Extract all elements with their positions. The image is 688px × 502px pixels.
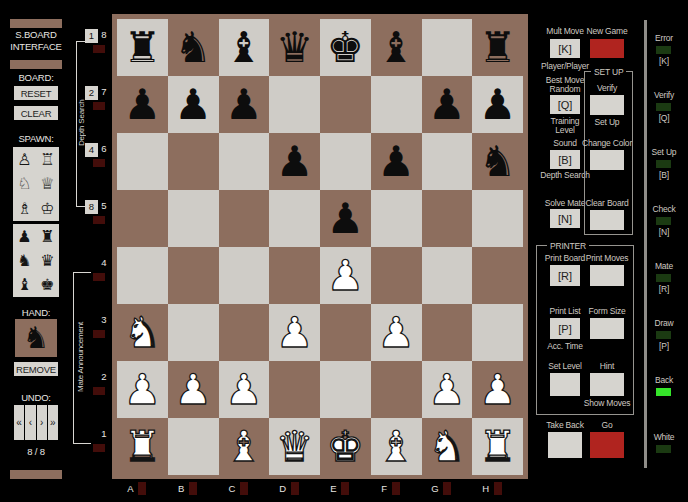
rank-led-7 bbox=[93, 102, 105, 110]
form-size-button[interactable] bbox=[590, 318, 624, 339]
depth-option-4[interactable]: 4 bbox=[85, 143, 98, 157]
square-e8[interactable]: ♚ bbox=[320, 19, 371, 76]
square-e2[interactable] bbox=[320, 361, 371, 418]
led-label-verify: Verify bbox=[644, 91, 684, 100]
black-pawn[interactable]: ♟ bbox=[276, 141, 314, 183]
led-label-mate: Mate bbox=[644, 262, 684, 271]
square-g2[interactable]: ♟ bbox=[422, 361, 473, 418]
led-label-set-up: Set Up bbox=[644, 148, 684, 157]
square-b5[interactable] bbox=[168, 190, 219, 247]
undo-last-button[interactable]: » bbox=[48, 405, 58, 440]
white-bishop[interactable]: ♝ bbox=[377, 426, 415, 468]
led-sublabel-mate: [R] bbox=[644, 285, 684, 294]
spawn-black-queen[interactable]: ♛ bbox=[36, 248, 59, 272]
undo-controls: «‹›» bbox=[14, 405, 58, 440]
white-pawn[interactable]: ♟ bbox=[428, 369, 466, 411]
spawn-black-pawn[interactable]: ♟ bbox=[13, 224, 36, 248]
rank-label-7: 7 bbox=[98, 86, 110, 97]
black-pawn[interactable]: ♟ bbox=[225, 84, 263, 126]
black-rook[interactable]: ♜ bbox=[124, 27, 162, 69]
black-pawn[interactable]: ♟ bbox=[377, 141, 415, 183]
spawn-white-pawn[interactable]: ♙ bbox=[13, 147, 36, 172]
square-f4[interactable] bbox=[371, 247, 422, 304]
square-c4[interactable] bbox=[219, 247, 270, 304]
led-white bbox=[656, 445, 671, 453]
square-a3[interactable]: ♞ bbox=[117, 304, 168, 361]
depth-option-1[interactable]: 1 bbox=[85, 29, 98, 43]
show-moves-label: Show Moves bbox=[577, 399, 637, 408]
square-b6[interactable] bbox=[168, 133, 219, 190]
file-label-E: E bbox=[327, 483, 339, 494]
player-player-label: Player/Player bbox=[535, 62, 595, 71]
square-c6[interactable] bbox=[219, 133, 270, 190]
square-e5[interactable]: ♟ bbox=[320, 190, 371, 247]
square-d3[interactable]: ♟ bbox=[269, 304, 320, 361]
black-pawn[interactable]: ♟ bbox=[428, 84, 466, 126]
rank-led-2 bbox=[93, 387, 105, 395]
black-pawn[interactable]: ♟ bbox=[124, 84, 162, 126]
file-led-B bbox=[189, 482, 197, 495]
square-a6[interactable] bbox=[117, 133, 168, 190]
spawn-tray-black: ♟♜♞♛♝♚ bbox=[13, 224, 59, 297]
black-pawn[interactable]: ♟ bbox=[174, 84, 212, 126]
spawn-black-bishop[interactable]: ♝ bbox=[13, 273, 36, 297]
printer-box-title: PRINTER bbox=[547, 241, 589, 251]
square-d1[interactable]: ♛ bbox=[269, 418, 320, 475]
square-c2[interactable]: ♟ bbox=[219, 361, 270, 418]
clear-board-label: Clear Board bbox=[577, 199, 637, 208]
file-led-C bbox=[240, 482, 248, 495]
new-game-button[interactable] bbox=[590, 39, 624, 58]
mate-announcement-bracket-label: Mate Announcement bbox=[76, 272, 87, 442]
black-king[interactable]: ♚ bbox=[327, 27, 365, 69]
depth-search-bracket-label: Depth Search bbox=[77, 41, 88, 205]
spawn-black-rook[interactable]: ♜ bbox=[36, 224, 59, 248]
black-knight[interactable]: ♞ bbox=[174, 27, 212, 69]
key-mult-move-K[interactable]: [K] bbox=[550, 39, 580, 58]
rank-label-5: 5 bbox=[98, 200, 110, 211]
square-h4[interactable] bbox=[472, 247, 523, 304]
white-king[interactable]: ♚ bbox=[327, 426, 365, 468]
square-g1[interactable]: ♞ bbox=[422, 418, 473, 475]
spawn-white-queen[interactable]: ♕ bbox=[36, 172, 59, 197]
clear-board-button[interactable] bbox=[590, 210, 624, 230]
hand-slot[interactable]: ♞ bbox=[15, 319, 57, 357]
square-f5[interactable] bbox=[371, 190, 422, 247]
set-level-button[interactable] bbox=[550, 373, 580, 396]
rank-label-1: 1 bbox=[98, 428, 110, 439]
file-led-G bbox=[443, 482, 451, 495]
led-back bbox=[656, 388, 671, 396]
white-queen[interactable]: ♛ bbox=[276, 426, 314, 468]
white-knight[interactable]: ♞ bbox=[124, 312, 162, 354]
hint-button[interactable] bbox=[590, 373, 624, 396]
spawn-black-knight[interactable]: ♞ bbox=[13, 248, 36, 272]
white-rook[interactable]: ♜ bbox=[479, 426, 517, 468]
square-f1[interactable]: ♝ bbox=[371, 418, 422, 475]
square-e4[interactable]: ♟ bbox=[320, 247, 371, 304]
square-g7[interactable]: ♟ bbox=[422, 76, 473, 133]
white-bishop[interactable]: ♝ bbox=[225, 426, 263, 468]
rank-label-3: 3 bbox=[98, 314, 110, 325]
led-sublabel-verify: [Q] bbox=[644, 114, 684, 123]
spawn-white-rook[interactable]: ♖ bbox=[36, 147, 59, 172]
file-label-G: G bbox=[429, 483, 441, 494]
white-rook[interactable]: ♜ bbox=[124, 426, 162, 468]
rank-led-4 bbox=[93, 273, 105, 281]
square-b3[interactable] bbox=[168, 304, 219, 361]
new-game-label: New Game bbox=[577, 27, 637, 36]
key-print-board-R[interactable]: [R] bbox=[550, 265, 580, 286]
square-c5[interactable] bbox=[219, 190, 270, 247]
square-e3[interactable] bbox=[320, 304, 371, 361]
rank-led-8 bbox=[93, 45, 105, 53]
rank-led-3 bbox=[93, 330, 105, 338]
print-moves-label: Print Moves bbox=[577, 254, 637, 263]
undo-counter: 8 / 8 bbox=[0, 446, 72, 457]
square-c7[interactable]: ♟ bbox=[219, 76, 270, 133]
key-best-move-Q[interactable]: [Q] bbox=[550, 95, 580, 114]
rank-label-4: 4 bbox=[98, 257, 110, 268]
board-frame: ♜♞♝♛♚♝♜♟♟♟♟♟♟♟♞♟♟♞♟♟♟♟♟♟♟♜♝♛♚♝♞♜ bbox=[112, 14, 528, 479]
led-draw bbox=[656, 331, 671, 339]
black-rook[interactable]: ♜ bbox=[479, 27, 517, 69]
rank-label-2: 2 bbox=[98, 371, 110, 382]
led-mate bbox=[656, 274, 671, 282]
app-title-line1: S.BOARD bbox=[0, 29, 72, 40]
hand-piece-black-knight[interactable]: ♞ bbox=[23, 323, 50, 353]
white-pawn[interactable]: ♟ bbox=[225, 369, 263, 411]
square-d8[interactable]: ♛ bbox=[269, 19, 320, 76]
app-title-line2: INTERFACE bbox=[0, 41, 72, 52]
white-pawn[interactable]: ♟ bbox=[124, 369, 162, 411]
rank-label-6: 6 bbox=[98, 143, 110, 154]
white-pawn[interactable]: ♟ bbox=[479, 369, 517, 411]
square-f2[interactable] bbox=[371, 361, 422, 418]
square-d6[interactable]: ♟ bbox=[269, 133, 320, 190]
led-label-error: Error bbox=[644, 34, 684, 43]
key-sound-B[interactable]: [B] bbox=[550, 150, 580, 169]
square-a2[interactable]: ♟ bbox=[117, 361, 168, 418]
square-g3[interactable] bbox=[422, 304, 473, 361]
square-f7[interactable] bbox=[371, 76, 422, 133]
square-c8[interactable]: ♝ bbox=[219, 19, 270, 76]
led-set-up bbox=[656, 160, 671, 168]
black-bishop[interactable]: ♝ bbox=[225, 27, 263, 69]
square-g4[interactable] bbox=[422, 247, 473, 304]
take-back-button[interactable] bbox=[548, 432, 582, 458]
square-h6[interactable]: ♞ bbox=[472, 133, 523, 190]
file-label-H: H bbox=[480, 483, 492, 494]
square-d5[interactable] bbox=[269, 190, 320, 247]
square-e7[interactable] bbox=[320, 76, 371, 133]
square-b8[interactable]: ♞ bbox=[168, 19, 219, 76]
hand-section-label: HAND: bbox=[0, 307, 72, 318]
white-pawn[interactable]: ♟ bbox=[377, 312, 415, 354]
square-h1[interactable]: ♜ bbox=[472, 418, 523, 475]
square-e6[interactable] bbox=[320, 133, 371, 190]
key-solve-mate-N[interactable]: [N] bbox=[550, 209, 580, 228]
rank-led-6 bbox=[93, 159, 105, 167]
file-label-B: B bbox=[175, 483, 187, 494]
undo-forward-button[interactable]: › bbox=[37, 405, 47, 440]
black-knight[interactable]: ♞ bbox=[479, 141, 517, 183]
black-queen[interactable]: ♛ bbox=[276, 27, 314, 69]
verify-button[interactable] bbox=[590, 95, 624, 115]
spawn-white-king[interactable]: ♔ bbox=[36, 196, 59, 221]
spawn-section-label: SPAWN: bbox=[0, 133, 72, 144]
spawn-white-knight[interactable]: ♘ bbox=[13, 172, 36, 197]
square-h3[interactable] bbox=[472, 304, 523, 361]
file-label-A: A bbox=[124, 483, 136, 494]
remove-button[interactable]: REMOVE bbox=[14, 362, 58, 376]
file-led-A bbox=[138, 482, 146, 495]
square-h2[interactable]: ♟ bbox=[472, 361, 523, 418]
key-print-list-P[interactable]: [P] bbox=[550, 318, 580, 339]
depth-option-8[interactable]: 8 bbox=[85, 200, 98, 214]
hint-label: Hint bbox=[577, 362, 637, 371]
square-b4[interactable] bbox=[168, 247, 219, 304]
rank-led-1 bbox=[93, 444, 105, 452]
square-d4[interactable] bbox=[269, 247, 320, 304]
setup-box-title: SET UP bbox=[591, 67, 626, 77]
file-label-F: F bbox=[378, 483, 390, 494]
reset-button[interactable]: RESET bbox=[14, 86, 58, 100]
file-led-D bbox=[291, 482, 299, 495]
square-c1[interactable]: ♝ bbox=[219, 418, 270, 475]
led-error bbox=[656, 46, 671, 54]
undo-back-button[interactable]: ‹ bbox=[25, 405, 35, 440]
file-label-C: C bbox=[226, 483, 238, 494]
go-label: Go bbox=[577, 421, 637, 430]
change-color-button[interactable] bbox=[590, 150, 624, 170]
chess-computer-interface: S.BOARD INTERFACE BOARD: RESET CLEAR SPA… bbox=[0, 0, 688, 502]
square-c3[interactable] bbox=[219, 304, 270, 361]
square-g5[interactable] bbox=[422, 190, 473, 247]
square-h8[interactable]: ♜ bbox=[472, 19, 523, 76]
square-g6[interactable] bbox=[422, 133, 473, 190]
spawn-black-king[interactable]: ♚ bbox=[36, 273, 59, 297]
undo-section-label: UNDO: bbox=[0, 392, 72, 403]
verify-label: Verify bbox=[577, 84, 637, 93]
black-bishop[interactable]: ♝ bbox=[377, 27, 415, 69]
print-moves-button[interactable] bbox=[590, 265, 624, 286]
board-section-label: BOARD: bbox=[0, 72, 72, 83]
change-color-label: Change Color bbox=[577, 139, 637, 148]
undo-first-button[interactable]: « bbox=[14, 405, 24, 440]
square-a4[interactable] bbox=[117, 247, 168, 304]
led-label-back: Back bbox=[644, 376, 684, 385]
white-knight[interactable]: ♞ bbox=[428, 426, 466, 468]
square-f3[interactable]: ♟ bbox=[371, 304, 422, 361]
square-f6[interactable]: ♟ bbox=[371, 133, 422, 190]
square-g8[interactable] bbox=[422, 19, 473, 76]
file-led-E bbox=[341, 482, 349, 495]
led-column-separator bbox=[644, 20, 647, 468]
form-size-label: Form Size bbox=[577, 307, 637, 316]
white-pawn[interactable]: ♟ bbox=[327, 255, 365, 297]
led-label-white: White bbox=[644, 433, 684, 442]
led-sublabel-error: [K] bbox=[644, 57, 684, 66]
square-a7[interactable]: ♟ bbox=[117, 76, 168, 133]
rank-led-5 bbox=[93, 216, 105, 224]
square-f8[interactable]: ♝ bbox=[371, 19, 422, 76]
file-label-D: D bbox=[277, 483, 289, 494]
square-a5[interactable] bbox=[117, 190, 168, 247]
sidebar-top-rule bbox=[10, 19, 62, 28]
spawn-white-bishop[interactable]: ♗ bbox=[13, 196, 36, 221]
led-sublabel-set-up: [B] bbox=[644, 171, 684, 180]
black-pawn[interactable]: ♟ bbox=[327, 198, 365, 240]
led-sublabel-draw: [P] bbox=[644, 342, 684, 351]
file-led-F bbox=[392, 482, 400, 495]
spawn-tray-white: ♙♖♘♕♗♔ bbox=[13, 147, 59, 221]
chess-board: ♜♞♝♛♚♝♜♟♟♟♟♟♟♟♞♟♟♞♟♟♟♟♟♟♟♜♝♛♚♝♞♜ bbox=[117, 19, 523, 475]
led-check bbox=[656, 217, 671, 225]
led-label-draw: Draw bbox=[644, 319, 684, 328]
square-b1[interactable] bbox=[168, 418, 219, 475]
square-a8[interactable]: ♜ bbox=[117, 19, 168, 76]
sidebar-bottom-rule bbox=[10, 470, 62, 479]
square-b7[interactable]: ♟ bbox=[168, 76, 219, 133]
led-verify bbox=[656, 103, 671, 111]
sidebar-mid-rule bbox=[10, 60, 62, 69]
go-button[interactable] bbox=[590, 432, 624, 458]
square-d7[interactable] bbox=[269, 76, 320, 133]
white-pawn[interactable]: ♟ bbox=[174, 369, 212, 411]
white-pawn[interactable]: ♟ bbox=[276, 312, 314, 354]
acc-time-label: Acc. Time bbox=[535, 342, 595, 351]
led-sublabel-check: [N] bbox=[644, 228, 684, 237]
square-b2[interactable]: ♟ bbox=[168, 361, 219, 418]
rank-label-8: 8 bbox=[98, 29, 110, 40]
square-a1[interactable]: ♜ bbox=[117, 418, 168, 475]
setup-sub-label: Set Up bbox=[577, 118, 637, 127]
square-d2[interactable] bbox=[269, 361, 320, 418]
square-h7[interactable]: ♟ bbox=[472, 76, 523, 133]
black-pawn[interactable]: ♟ bbox=[479, 84, 517, 126]
square-h5[interactable] bbox=[472, 190, 523, 247]
square-e1[interactable]: ♚ bbox=[320, 418, 371, 475]
file-led-H bbox=[494, 482, 502, 495]
depth-option-2[interactable]: 2 bbox=[85, 86, 98, 100]
clear-button[interactable]: CLEAR bbox=[14, 106, 58, 120]
led-label-check: Check bbox=[644, 205, 684, 214]
